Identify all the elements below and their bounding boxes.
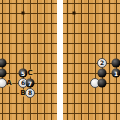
grid-h-line	[0, 13, 57, 14]
point-label-c: C	[26, 70, 33, 77]
grid-v-line	[74, 0, 75, 120]
grid-v-line	[88, 0, 89, 120]
grid-v-line	[9, 0, 10, 120]
grid-h-line	[63, 53, 120, 54]
white-stone	[0, 78, 7, 88]
grid-v-line	[23, 0, 24, 120]
grid-h-line	[63, 93, 120, 94]
white-stone-8: 8	[25, 88, 35, 98]
go-diagram-thumbnail: CAB5678 21	[0, 0, 120, 120]
grid-v-line	[16, 0, 17, 120]
grid-v-line	[44, 0, 45, 120]
black-stone	[98, 69, 107, 78]
black-stone	[98, 79, 107, 88]
grid-h-line	[63, 103, 120, 104]
black-stone	[0, 69, 7, 78]
grid-v-line	[95, 0, 96, 120]
black-stone	[112, 59, 121, 68]
grid-h-line	[63, 23, 120, 24]
grid-v-line	[51, 0, 52, 120]
grid-h-line	[0, 23, 57, 24]
grid-v-line	[37, 0, 38, 120]
grid-h-line	[0, 113, 57, 114]
grid-v-line	[81, 0, 82, 120]
grid-h-line	[63, 3, 120, 4]
grid-v-line	[30, 0, 31, 120]
white-stone-2: 2	[97, 58, 107, 68]
grid-h-line	[0, 33, 57, 34]
go-board-diagram-right[interactable]: 21	[63, 0, 120, 120]
black-stone-7: 7	[26, 79, 35, 88]
grid-h-line	[0, 63, 57, 64]
grid-h-line	[63, 43, 120, 44]
grid-v-line	[109, 0, 110, 120]
star-point	[22, 12, 25, 15]
grid-h-line	[0, 3, 57, 4]
star-point	[73, 12, 76, 15]
grid-h-line	[0, 43, 57, 44]
black-stone-5: 5	[19, 69, 28, 78]
grid-h-line	[63, 113, 120, 114]
grid-h-line	[63, 33, 120, 34]
black-stone-1: 1	[112, 69, 121, 78]
grid-v-line	[67, 0, 68, 120]
go-board-diagram-left[interactable]: CAB5678	[0, 0, 57, 120]
black-stone	[0, 59, 7, 68]
grid-h-line	[0, 53, 57, 54]
grid-h-line	[0, 103, 57, 104]
